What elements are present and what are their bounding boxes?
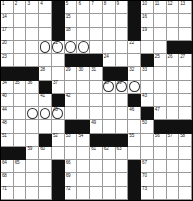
cell-r9c10[interactable]	[116, 107, 129, 120]
circle-marker-r4c4	[40, 41, 51, 52]
cell-r11c7[interactable]: 54	[77, 134, 90, 147]
cell-r14c7[interactable]	[77, 173, 90, 186]
cell-r8c14[interactable]	[167, 94, 180, 107]
cell-r5c14[interactable]: 26	[167, 54, 180, 67]
cell-r8c1[interactable]: 40	[1, 94, 14, 107]
black-cell-r5c12	[141, 54, 154, 67]
cell-r9c3[interactable]	[26, 107, 39, 120]
cell-r14c6[interactable]: 69	[65, 173, 78, 186]
black-cell-r7c4	[39, 81, 52, 94]
cell-r13c15[interactable]	[179, 160, 192, 173]
cell-r7c5[interactable]: 37	[52, 81, 65, 94]
clue-number-43: 43	[142, 94, 147, 99]
black-cell-r6c9	[103, 67, 116, 80]
clue-number-71: 71	[2, 187, 7, 192]
cell-r9c13[interactable]: 47	[154, 107, 167, 120]
black-cell-r12c1	[1, 147, 14, 160]
cell-r1c10[interactable]: 9	[116, 1, 129, 14]
black-cell-r6c1	[1, 67, 14, 80]
cell-r10c3[interactable]	[26, 120, 39, 133]
clue-number-2: 2	[15, 2, 17, 7]
cell-r12c12[interactable]	[141, 147, 154, 160]
cell-r4c11[interactable]: 22	[128, 41, 141, 54]
cell-r8c8[interactable]	[90, 94, 103, 107]
cell-r6c8[interactable]: 31	[90, 67, 103, 80]
cell-r7c1[interactable]: 34	[1, 81, 14, 94]
cell-r1c7[interactable]: 6	[77, 1, 90, 14]
cell-r12c5[interactable]	[52, 147, 65, 160]
cell-r6c5[interactable]	[52, 67, 65, 80]
cell-r12c15[interactable]	[179, 147, 192, 160]
clue-number-61: 61	[91, 147, 96, 152]
cell-r15c6[interactable]: 72	[65, 187, 78, 200]
clue-number-60: 60	[40, 147, 45, 152]
cell-r5c3[interactable]	[26, 54, 39, 67]
clue-number-18: 18	[66, 28, 71, 33]
black-cell-r14c5	[52, 173, 65, 186]
clue-number-34: 34	[2, 81, 7, 86]
clue-number-39: 39	[117, 81, 122, 86]
clue-number-7: 7	[91, 2, 93, 7]
circle-marker-r9c3	[27, 108, 38, 119]
cell-r9c6[interactable]	[65, 107, 78, 120]
cell-r2c9[interactable]	[103, 14, 116, 27]
cell-r2c10[interactable]	[116, 14, 129, 27]
cell-r12c9[interactable]: 62	[103, 147, 116, 160]
cell-r3c15[interactable]	[179, 28, 192, 41]
cell-r10c10[interactable]	[116, 120, 129, 133]
cell-r2c12[interactable]: 16	[141, 14, 154, 27]
black-cell-r9c12	[141, 107, 154, 120]
cell-r13c7[interactable]	[77, 160, 90, 173]
clue-number-10: 10	[142, 2, 147, 7]
cell-r7c3[interactable]: 36	[26, 81, 39, 94]
cell-r13c10[interactable]	[116, 160, 129, 173]
cell-r4c10[interactable]	[116, 41, 129, 54]
cell-r11c11[interactable]: 55	[128, 134, 141, 147]
cell-r12c4[interactable]: 60	[39, 147, 52, 160]
clue-number-57: 57	[168, 134, 173, 139]
cell-r15c2[interactable]	[14, 187, 27, 200]
cell-r3c1[interactable]: 17	[1, 28, 14, 41]
cell-r15c8[interactable]	[90, 187, 103, 200]
cell-r1c13[interactable]: 11	[154, 1, 167, 14]
cell-r14c15[interactable]	[179, 173, 192, 186]
cell-r3c7[interactable]	[77, 28, 90, 41]
clue-number-17: 17	[2, 28, 7, 33]
cell-r6c13[interactable]	[154, 67, 167, 80]
black-cell-r5c8	[90, 54, 103, 67]
black-cell-r8c11	[128, 94, 141, 107]
clue-number-27: 27	[180, 55, 185, 60]
clue-number-4: 4	[40, 2, 42, 7]
clue-number-66: 66	[66, 161, 71, 166]
cell-r11c12[interactable]	[141, 134, 154, 147]
cell-r10c12[interactable]: 50	[141, 120, 154, 133]
cell-r3c2[interactable]	[14, 28, 27, 41]
cell-r1c9[interactable]: 8	[103, 1, 116, 14]
cell-r8c6[interactable]: 42	[65, 94, 78, 107]
cell-r3c13[interactable]	[154, 28, 167, 41]
clue-number-6: 6	[78, 2, 80, 7]
cell-r7c15[interactable]	[179, 81, 192, 94]
cell-r15c14[interactable]	[167, 187, 180, 200]
cell-r12c14[interactable]	[167, 147, 180, 160]
clue-number-23: 23	[2, 55, 7, 60]
cell-r3c3[interactable]	[26, 28, 39, 41]
cell-r11c15[interactable]: 58	[179, 134, 192, 147]
cell-r14c2[interactable]	[14, 173, 27, 186]
cell-r9c8[interactable]	[90, 107, 103, 120]
clue-number-54: 54	[78, 134, 83, 139]
cell-r1c1[interactable]: 1	[1, 1, 14, 14]
cell-r14c4[interactable]	[39, 173, 52, 186]
clue-number-32: 32	[129, 68, 134, 73]
cell-r9c14[interactable]	[167, 107, 180, 120]
black-cell-r1c5	[52, 1, 65, 14]
cell-r7c6[interactable]	[65, 81, 78, 94]
cell-r9c1[interactable]: 44	[1, 107, 14, 120]
cell-r11c3[interactable]	[26, 134, 39, 147]
cell-r1c6[interactable]: 5	[65, 1, 78, 14]
cell-r14c3[interactable]	[26, 173, 39, 186]
cell-r13c4[interactable]	[39, 160, 52, 173]
cell-r10c1[interactable]: 48	[1, 120, 14, 133]
cell-r14c12[interactable]: 70	[141, 173, 154, 186]
black-cell-r13c5	[52, 160, 65, 173]
clue-number-72: 72	[66, 187, 71, 192]
cell-r5c5[interactable]	[52, 54, 65, 67]
cell-r2c7[interactable]	[77, 14, 90, 27]
cell-r12c10[interactable]: 63	[116, 147, 129, 160]
clue-number-58: 58	[180, 134, 185, 139]
black-cell-r11c10	[116, 134, 129, 147]
clue-number-38: 38	[104, 81, 109, 86]
cell-r15c13[interactable]	[154, 187, 167, 200]
cell-r8c13[interactable]	[154, 94, 167, 107]
black-cell-r4c14	[167, 41, 180, 54]
cell-r1c3[interactable]: 3	[26, 1, 39, 14]
cell-r3c12[interactable]: 19	[141, 28, 154, 41]
clue-number-1: 1	[2, 2, 4, 7]
clue-number-62: 62	[104, 147, 109, 152]
cell-r4c3[interactable]	[26, 41, 39, 54]
black-cell-r5c6	[65, 54, 78, 67]
cell-r10c2[interactable]	[14, 120, 27, 133]
cell-r8c4[interactable]: 41	[39, 94, 52, 107]
black-cell-r6c10	[116, 67, 129, 80]
cell-r7c12[interactable]	[141, 81, 154, 94]
cell-r7c2[interactable]: 35	[14, 81, 27, 94]
clue-number-28: 28	[40, 68, 45, 73]
cell-r14c9[interactable]	[103, 173, 116, 186]
cell-r15c10[interactable]	[116, 187, 129, 200]
clue-number-56: 56	[155, 134, 160, 139]
clue-number-59: 59	[27, 147, 32, 152]
cell-r3c6[interactable]: 18	[65, 28, 78, 41]
cell-r13c8[interactable]	[90, 160, 103, 173]
cell-r7c8[interactable]	[90, 81, 103, 94]
clue-number-47: 47	[155, 108, 160, 113]
cell-r12c13[interactable]	[154, 147, 167, 160]
crossword-grid: 1234567891011121314151617181920212223242…	[0, 0, 193, 201]
black-cell-r6c2	[14, 67, 27, 80]
cell-r4c6[interactable]	[65, 41, 78, 54]
cell-r13c3[interactable]	[26, 160, 39, 173]
clue-number-13: 13	[180, 2, 185, 7]
cell-r14c1[interactable]: 68	[1, 173, 14, 186]
cell-r9c7[interactable]	[77, 107, 90, 120]
black-cell-r1c11	[128, 1, 141, 14]
cell-r11c14[interactable]: 57	[167, 134, 180, 147]
black-cell-r11c8	[90, 134, 103, 147]
cell-r10c5[interactable]	[52, 120, 65, 133]
cell-r7c7[interactable]	[77, 81, 90, 94]
cell-r11c1[interactable]: 51	[1, 134, 14, 147]
cell-r4c2[interactable]	[14, 41, 27, 54]
clue-number-40: 40	[2, 94, 7, 99]
cell-r13c2[interactable]: 65	[14, 160, 27, 173]
clue-number-11: 11	[155, 2, 159, 7]
black-cell-r3c11	[128, 28, 141, 41]
cell-r5c9[interactable]: 24	[103, 54, 116, 67]
cell-r13c12[interactable]: 67	[141, 160, 154, 173]
black-cell-r15c5	[52, 187, 65, 200]
clue-number-30: 30	[78, 68, 83, 73]
cell-r2c13[interactable]	[154, 14, 167, 27]
cell-r6c15[interactable]	[179, 67, 192, 80]
cell-r12c11[interactable]	[128, 147, 141, 160]
cell-r7c14[interactable]	[167, 81, 180, 94]
cell-r6c11[interactable]: 32	[128, 67, 141, 80]
cell-r8c3[interactable]	[26, 94, 39, 107]
cell-r14c13[interactable]	[154, 173, 167, 186]
black-cell-r14c11	[128, 173, 141, 186]
clue-number-69: 69	[66, 174, 71, 179]
clue-number-73: 73	[142, 187, 147, 192]
cell-r15c15[interactable]	[179, 187, 192, 200]
cell-r2c1[interactable]: 14	[1, 14, 14, 27]
black-cell-r6c3	[26, 67, 39, 80]
clue-number-52: 52	[53, 134, 58, 139]
clue-number-15: 15	[66, 15, 71, 20]
cell-r2c6[interactable]: 15	[65, 14, 78, 27]
cell-r6c6[interactable]: 29	[65, 67, 78, 80]
clue-number-63: 63	[117, 147, 122, 152]
cell-r4c4[interactable]	[39, 41, 52, 54]
cell-r8c2[interactable]	[14, 94, 27, 107]
cell-r15c7[interactable]	[77, 187, 90, 200]
cell-r12c7[interactable]	[77, 147, 90, 160]
clue-number-3: 3	[27, 2, 29, 7]
clue-number-53: 53	[66, 134, 71, 139]
clue-number-31: 31	[91, 68, 96, 73]
cell-r5c10[interactable]	[116, 54, 129, 67]
cell-r10c11[interactable]	[128, 120, 141, 133]
cell-r4c13[interactable]	[154, 41, 167, 54]
cell-r15c9[interactable]	[103, 187, 116, 200]
cell-r14c8[interactable]	[90, 173, 103, 186]
cell-r5c2[interactable]	[14, 54, 27, 67]
cell-r15c1[interactable]: 71	[1, 187, 14, 200]
black-cell-r13c11	[128, 160, 141, 173]
clue-number-65: 65	[15, 161, 20, 166]
clue-number-26: 26	[168, 55, 173, 60]
cell-r15c4[interactable]	[39, 187, 52, 200]
clue-number-46: 46	[129, 108, 134, 113]
cell-r4c9[interactable]	[103, 41, 116, 54]
clue-number-35: 35	[15, 81, 20, 86]
cell-r9c11[interactable]: 46	[128, 107, 141, 120]
cell-r2c4[interactable]	[39, 14, 52, 27]
cell-r5c15[interactable]: 27	[179, 54, 192, 67]
cell-r2c2[interactable]	[14, 14, 27, 27]
cell-r2c3[interactable]	[26, 14, 39, 27]
black-cell-r5c7	[77, 54, 90, 67]
cell-r6c14[interactable]	[167, 67, 180, 80]
cell-r13c1[interactable]: 64	[1, 160, 14, 173]
cell-r7c9[interactable]: 38	[103, 81, 116, 94]
cell-r10c8[interactable]: 49	[90, 120, 103, 133]
cell-r10c4[interactable]	[39, 120, 52, 133]
clue-number-42: 42	[66, 94, 71, 99]
cell-r5c4[interactable]	[39, 54, 52, 67]
clue-number-33: 33	[142, 68, 147, 73]
circle-marker-r4c7	[78, 41, 89, 52]
black-cell-r10c6	[65, 120, 78, 133]
clue-number-16: 16	[142, 15, 147, 20]
clue-number-37: 37	[53, 81, 58, 86]
cell-r15c12[interactable]: 73	[141, 187, 154, 200]
clue-number-24: 24	[104, 55, 109, 60]
clue-number-55: 55	[129, 134, 134, 139]
clue-number-22: 22	[129, 41, 134, 46]
clue-number-50: 50	[142, 121, 147, 126]
clue-number-51: 51	[2, 134, 7, 139]
black-cell-r3c5	[52, 28, 65, 41]
cell-r15c3[interactable]	[26, 187, 39, 200]
cell-r8c12[interactable]: 43	[141, 94, 154, 107]
cell-r14c10[interactable]	[116, 173, 129, 186]
cell-r5c11[interactable]	[128, 54, 141, 67]
cell-r1c12[interactable]: 10	[141, 1, 154, 14]
cell-r5c1[interactable]: 23	[1, 54, 14, 67]
clue-number-8: 8	[104, 2, 106, 7]
clue-number-21: 21	[53, 41, 58, 46]
circle-marker-r9c4	[40, 108, 51, 119]
cell-r10c9[interactable]	[103, 120, 116, 133]
black-cell-r11c4	[39, 134, 52, 147]
clue-number-14: 14	[2, 15, 7, 20]
cell-r3c14[interactable]	[167, 28, 180, 41]
cell-r13c6[interactable]: 66	[65, 160, 78, 173]
cell-r8c9[interactable]	[103, 94, 116, 107]
black-cell-r11c9	[103, 134, 116, 147]
black-cell-r2c11	[128, 14, 141, 27]
cell-r7c11[interactable]	[128, 81, 141, 94]
cell-r11c2[interactable]	[14, 134, 27, 147]
clue-number-68: 68	[2, 174, 7, 179]
clue-number-25: 25	[155, 55, 160, 60]
clue-number-19: 19	[142, 28, 147, 33]
black-cell-r10c13	[154, 120, 167, 133]
cell-r2c15[interactable]	[179, 14, 192, 27]
black-cell-r15c11	[128, 187, 141, 200]
cell-r4c7[interactable]	[77, 41, 90, 54]
clue-number-64: 64	[2, 161, 7, 166]
cell-r11c6[interactable]: 53	[65, 134, 78, 147]
cell-r1c14[interactable]: 12	[167, 1, 180, 14]
cell-r3c8[interactable]	[90, 28, 103, 41]
clue-number-41: 41	[40, 94, 45, 99]
cell-r1c8[interactable]: 7	[90, 1, 103, 14]
cell-r4c12[interactable]	[141, 41, 154, 54]
clue-number-44: 44	[2, 108, 7, 113]
clue-number-70: 70	[142, 174, 147, 179]
clue-number-36: 36	[27, 81, 32, 86]
cell-r4c1[interactable]: 20	[1, 41, 14, 54]
cell-r3c4[interactable]	[39, 28, 52, 41]
cell-r6c4[interactable]: 28	[39, 67, 52, 80]
cell-r13c14[interactable]	[167, 160, 180, 173]
black-cell-r4c15	[179, 41, 192, 54]
cell-r7c13[interactable]	[154, 81, 167, 94]
black-cell-r8c5	[52, 94, 65, 107]
cell-r9c4[interactable]	[39, 107, 52, 120]
cell-r1c2[interactable]: 2	[14, 1, 27, 14]
clue-number-67: 67	[142, 161, 147, 166]
cell-r8c10[interactable]	[116, 94, 129, 107]
cell-r3c9[interactable]	[103, 28, 116, 41]
circle-marker-r7c11	[129, 81, 140, 92]
cell-r1c4[interactable]: 4	[39, 1, 52, 14]
black-cell-r10c7	[77, 120, 90, 133]
cell-r2c14[interactable]	[167, 14, 180, 27]
cell-r11c5[interactable]: 52	[52, 134, 65, 147]
cell-r8c15[interactable]	[179, 94, 192, 107]
cell-r4c8[interactable]	[90, 41, 103, 54]
clue-number-9: 9	[117, 2, 119, 7]
cell-r9c9[interactable]	[103, 107, 116, 120]
cell-r3c10[interactable]	[116, 28, 129, 41]
cell-r6c12[interactable]: 33	[141, 67, 154, 80]
cell-r13c9[interactable]	[103, 160, 116, 173]
cell-r13c13[interactable]	[154, 160, 167, 173]
cell-r4c5[interactable]: 21	[52, 41, 65, 54]
cell-r9c2[interactable]	[14, 107, 27, 120]
clue-number-49: 49	[91, 121, 96, 126]
clue-number-45: 45	[53, 108, 58, 113]
cell-r9c5[interactable]: 45	[52, 107, 65, 120]
cell-r11c13[interactable]: 56	[154, 134, 167, 147]
cell-r1c15[interactable]: 13	[179, 1, 192, 14]
cell-r8c7[interactable]	[77, 94, 90, 107]
clue-number-20: 20	[2, 41, 7, 46]
clue-number-5: 5	[66, 2, 68, 7]
cell-r5c13[interactable]: 25	[154, 54, 167, 67]
cell-r12c8[interactable]: 61	[90, 147, 103, 160]
cell-r7c10[interactable]: 39	[116, 81, 129, 94]
cell-r12c6[interactable]	[65, 147, 78, 160]
black-cell-r12c2	[14, 147, 27, 160]
cell-r6c7[interactable]: 30	[77, 67, 90, 80]
black-cell-r2c5	[52, 14, 65, 27]
cell-r14c14[interactable]	[167, 173, 180, 186]
cell-r9c15[interactable]	[179, 107, 192, 120]
cell-r2c8[interactable]	[90, 14, 103, 27]
circle-marker-r4c6	[65, 41, 76, 52]
cell-r12c3[interactable]: 59	[26, 147, 39, 160]
